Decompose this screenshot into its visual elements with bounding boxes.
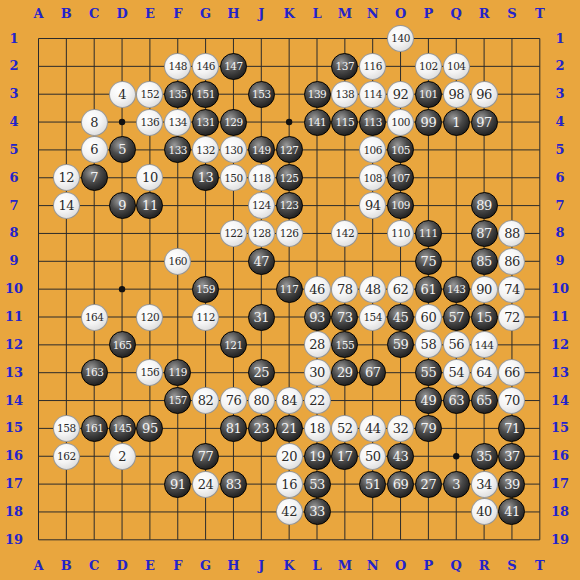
move-number: 20 <box>281 450 297 463</box>
white-stone-116-N2[interactable]: 116 <box>359 53 386 80</box>
move-number: 31 <box>254 311 270 324</box>
move-number: 21 <box>281 422 297 435</box>
move-number: 94 <box>365 199 381 212</box>
black-stone-45-O11[interactable]: 45 <box>387 304 414 331</box>
move-number: 57 <box>448 311 464 324</box>
black-stone-141-L4[interactable]: 141 <box>304 109 331 136</box>
white-stone-46-L10[interactable]: 46 <box>304 276 331 303</box>
move-number: 32 <box>393 422 409 435</box>
white-stone-118-J6[interactable]: 118 <box>248 164 275 191</box>
black-stone-109-O7[interactable]: 109 <box>387 192 414 219</box>
move-number: 165 <box>113 340 132 351</box>
white-stone-54-Q13[interactable]: 54 <box>443 359 470 386</box>
row-label-right-14: 14 <box>548 393 572 409</box>
column-label-top-E: E <box>138 6 162 22</box>
black-stone-39-S17[interactable]: 39 <box>498 471 525 498</box>
move-number: 42 <box>281 505 297 518</box>
row-label-right-6: 6 <box>548 170 572 186</box>
white-stone-140-O1[interactable]: 140 <box>387 25 414 52</box>
black-stone-27-P17[interactable]: 27 <box>415 471 442 498</box>
white-stone-128-J8[interactable]: 128 <box>248 220 275 247</box>
move-number: 136 <box>141 117 160 128</box>
move-number: 160 <box>168 256 187 267</box>
move-number: 60 <box>421 311 437 324</box>
move-number: 69 <box>393 478 409 491</box>
black-stone-1-Q4[interactable]: 1 <box>443 109 470 136</box>
white-stone-150-H6[interactable]: 150 <box>220 164 247 191</box>
black-stone-5-D5[interactable]: 5 <box>109 136 136 163</box>
move-number: 105 <box>391 145 410 156</box>
white-stone-98-Q3[interactable]: 98 <box>443 81 470 108</box>
white-stone-136-E4[interactable]: 136 <box>136 109 163 136</box>
white-stone-62-O10[interactable]: 62 <box>387 276 414 303</box>
move-number: 43 <box>393 450 409 463</box>
black-stone-129-H4[interactable]: 129 <box>220 109 247 136</box>
black-stone-151-G3[interactable]: 151 <box>192 81 219 108</box>
black-stone-43-O16[interactable]: 43 <box>387 443 414 470</box>
move-number: 46 <box>309 283 325 296</box>
move-number: 28 <box>309 338 325 351</box>
go-board[interactable]: AABBCCDDEEFFGGHHJJKKLLMMNNOOPPQQRRSSTT11… <box>0 0 580 580</box>
white-stone-96-R3[interactable]: 96 <box>471 81 498 108</box>
black-stone-31-J11[interactable]: 31 <box>248 304 275 331</box>
move-number: 55 <box>421 366 437 379</box>
black-stone-73-M11[interactable]: 73 <box>331 304 358 331</box>
move-number: 85 <box>476 255 492 268</box>
row-label-right-2: 2 <box>548 58 572 74</box>
column-label-bottom-K: K <box>277 558 301 574</box>
move-number: 156 <box>141 367 160 378</box>
move-number: 6 <box>90 143 98 156</box>
row-label-left-18: 18 <box>2 504 26 520</box>
move-number: 130 <box>224 145 243 156</box>
white-stone-154-N11[interactable]: 154 <box>359 304 386 331</box>
black-stone-83-H17[interactable]: 83 <box>220 471 247 498</box>
move-number: 98 <box>448 88 464 101</box>
move-number: 61 <box>421 283 437 296</box>
move-number: 73 <box>337 311 353 324</box>
move-number: 111 <box>419 228 438 239</box>
column-label-bottom-P: P <box>416 558 440 574</box>
move-number: 56 <box>448 338 464 351</box>
white-stone-16-K17[interactable]: 16 <box>276 471 303 498</box>
move-number: 120 <box>141 312 160 323</box>
move-number: 89 <box>476 199 492 212</box>
move-number: 40 <box>476 505 492 518</box>
move-number: 10 <box>142 171 158 184</box>
black-stone-33-L18[interactable]: 33 <box>304 498 331 525</box>
move-number: 4 <box>118 88 126 101</box>
move-number: 72 <box>504 311 520 324</box>
black-stone-51-N17[interactable]: 51 <box>359 471 386 498</box>
white-stone-152-E3[interactable]: 152 <box>136 81 163 108</box>
white-stone-18-L15[interactable]: 18 <box>304 415 331 442</box>
move-number: 52 <box>337 422 353 435</box>
move-number: 49 <box>421 394 437 407</box>
white-stone-4-D3[interactable]: 4 <box>109 81 136 108</box>
row-label-left-10: 10 <box>2 281 26 297</box>
white-stone-32-O15[interactable]: 32 <box>387 415 414 442</box>
column-label-bottom-E: E <box>138 558 162 574</box>
move-number: 121 <box>224 340 243 351</box>
black-stone-53-L17[interactable]: 53 <box>304 471 331 498</box>
row-label-left-11: 11 <box>2 309 26 325</box>
white-stone-110-O8[interactable]: 110 <box>387 220 414 247</box>
move-number: 80 <box>254 394 270 407</box>
row-label-right-5: 5 <box>548 142 572 158</box>
white-stone-56-Q12[interactable]: 56 <box>443 331 470 358</box>
black-stone-89-R7[interactable]: 89 <box>471 192 498 219</box>
move-number: 88 <box>504 227 520 240</box>
black-stone-163-C13[interactable]: 163 <box>81 359 108 386</box>
move-number: 7 <box>90 171 98 184</box>
move-number: 87 <box>476 227 492 240</box>
white-stone-146-G2[interactable]: 146 <box>192 53 219 80</box>
white-stone-28-L12[interactable]: 28 <box>304 331 331 358</box>
move-number: 3 <box>452 478 460 491</box>
move-number: 128 <box>252 228 271 239</box>
white-stone-126-K8[interactable]: 126 <box>276 220 303 247</box>
move-number: 99 <box>421 116 437 129</box>
white-stone-50-N16[interactable]: 50 <box>359 443 386 470</box>
black-stone-93-L11[interactable]: 93 <box>304 304 331 331</box>
white-stone-72-S11[interactable]: 72 <box>498 304 525 331</box>
move-number: 101 <box>419 89 438 100</box>
column-label-top-S: S <box>500 6 524 22</box>
column-label-bottom-H: H <box>221 558 245 574</box>
white-stone-80-J14[interactable]: 80 <box>248 387 275 414</box>
row-label-right-8: 8 <box>548 225 572 241</box>
white-stone-122-H8[interactable]: 122 <box>220 220 247 247</box>
move-number: 162 <box>57 451 76 462</box>
white-stone-82-G14[interactable]: 82 <box>192 387 219 414</box>
row-label-left-15: 15 <box>2 420 26 436</box>
white-stone-30-L13[interactable]: 30 <box>304 359 331 386</box>
column-label-top-Q: Q <box>444 6 468 22</box>
white-stone-162-B16[interactable]: 162 <box>53 443 80 470</box>
move-number: 9 <box>118 199 126 212</box>
move-number: 147 <box>224 61 243 72</box>
column-label-top-M: M <box>333 6 357 22</box>
column-label-top-R: R <box>472 6 496 22</box>
move-number: 143 <box>447 284 466 295</box>
move-number: 84 <box>281 394 297 407</box>
black-stone-3-Q17[interactable]: 3 <box>443 471 470 498</box>
white-stone-92-O3[interactable]: 92 <box>387 81 414 108</box>
move-number: 112 <box>196 312 215 323</box>
white-stone-48-N10[interactable]: 48 <box>359 276 386 303</box>
move-number: 81 <box>226 422 242 435</box>
white-stone-6-C5[interactable]: 6 <box>81 136 108 163</box>
column-label-top-C: C <box>82 6 106 22</box>
column-label-bottom-L: L <box>305 558 329 574</box>
column-label-bottom-J: J <box>249 558 273 574</box>
black-stone-143-Q10[interactable]: 143 <box>443 276 470 303</box>
column-label-top-O: O <box>389 6 413 22</box>
move-number: 59 <box>393 338 409 351</box>
move-number: 146 <box>196 61 215 72</box>
move-number: 8 <box>90 116 98 129</box>
row-label-left-4: 4 <box>2 114 26 130</box>
black-stone-111-P8[interactable]: 111 <box>415 220 442 247</box>
row-label-left-12: 12 <box>2 337 26 353</box>
black-stone-139-L3[interactable]: 139 <box>304 81 331 108</box>
black-stone-97-R4[interactable]: 97 <box>471 109 498 136</box>
move-number: 110 <box>391 228 410 239</box>
move-number: 19 <box>309 450 325 463</box>
black-stone-131-G4[interactable]: 131 <box>192 109 219 136</box>
row-label-right-11: 11 <box>548 309 572 325</box>
row-label-left-6: 6 <box>2 170 26 186</box>
move-number: 92 <box>393 88 409 101</box>
white-stone-114-N3[interactable]: 114 <box>359 81 386 108</box>
column-label-bottom-B: B <box>54 558 78 574</box>
move-number: 118 <box>252 173 271 184</box>
move-number: 65 <box>476 394 492 407</box>
black-stone-153-J3[interactable]: 153 <box>248 81 275 108</box>
white-stone-138-M3[interactable]: 138 <box>331 81 358 108</box>
move-number: 154 <box>363 312 382 323</box>
move-number: 131 <box>196 117 215 128</box>
white-stone-8-C4[interactable]: 8 <box>81 109 108 136</box>
move-number: 48 <box>365 283 381 296</box>
move-number: 150 <box>224 173 243 184</box>
row-label-left-7: 7 <box>2 198 26 214</box>
move-number: 82 <box>198 394 214 407</box>
black-stone-85-R9[interactable]: 85 <box>471 248 498 275</box>
white-stone-64-R13[interactable]: 64 <box>471 359 498 386</box>
white-stone-100-O4[interactable]: 100 <box>387 109 414 136</box>
black-stone-17-M16[interactable]: 17 <box>331 443 358 470</box>
white-stone-112-G11[interactable]: 112 <box>192 304 219 331</box>
white-stone-34-R17[interactable]: 34 <box>471 471 498 498</box>
white-stone-84-K14[interactable]: 84 <box>276 387 303 414</box>
white-stone-148-F2[interactable]: 148 <box>164 53 191 80</box>
row-label-left-3: 3 <box>2 86 26 102</box>
black-stone-21-K15[interactable]: 21 <box>276 415 303 442</box>
move-number: 50 <box>365 450 381 463</box>
black-stone-15-R11[interactable]: 15 <box>471 304 498 331</box>
black-stone-65-R14[interactable]: 65 <box>471 387 498 414</box>
black-stone-99-P4[interactable]: 99 <box>415 109 442 136</box>
white-stone-20-K16[interactable]: 20 <box>276 443 303 470</box>
move-number: 152 <box>141 89 160 100</box>
white-stone-144-R12[interactable]: 144 <box>471 331 498 358</box>
move-number: 33 <box>309 505 325 518</box>
black-stone-125-K6[interactable]: 125 <box>276 164 303 191</box>
white-stone-78-M10[interactable]: 78 <box>331 276 358 303</box>
white-stone-90-R10[interactable]: 90 <box>471 276 498 303</box>
column-label-bottom-F: F <box>166 558 190 574</box>
black-stone-161-C15[interactable]: 161 <box>81 415 108 442</box>
black-stone-75-P9[interactable]: 75 <box>415 248 442 275</box>
move-number: 157 <box>168 395 187 406</box>
white-stone-40-R18[interactable]: 40 <box>471 498 498 525</box>
move-number: 23 <box>254 422 270 435</box>
black-stone-57-Q11[interactable]: 57 <box>443 304 470 331</box>
move-number: 144 <box>475 340 494 351</box>
white-stone-24-G17[interactable]: 24 <box>192 471 219 498</box>
move-number: 132 <box>196 145 215 156</box>
white-stone-22-L14[interactable]: 22 <box>304 387 331 414</box>
star-point-K4 <box>286 119 292 125</box>
move-number: 16 <box>281 478 297 491</box>
white-stone-74-S10[interactable]: 74 <box>498 276 525 303</box>
move-number: 1 <box>452 116 460 129</box>
black-stone-113-N4[interactable]: 113 <box>359 109 386 136</box>
column-label-top-H: H <box>221 6 245 22</box>
black-stone-81-H15[interactable]: 81 <box>220 415 247 442</box>
move-number: 107 <box>391 173 410 184</box>
row-label-right-13: 13 <box>548 365 572 381</box>
column-label-top-K: K <box>277 6 301 22</box>
move-number: 5 <box>118 143 126 156</box>
black-stone-55-P13[interactable]: 55 <box>415 359 442 386</box>
white-stone-14-B7[interactable]: 14 <box>53 192 80 219</box>
move-number: 83 <box>226 478 242 491</box>
move-number: 115 <box>336 117 355 128</box>
move-number: 17 <box>337 450 353 463</box>
white-stone-158-B15[interactable]: 158 <box>53 415 80 442</box>
move-number: 109 <box>391 200 410 211</box>
star-point-Q16 <box>453 453 459 459</box>
row-label-left-16: 16 <box>2 448 26 464</box>
black-stone-49-P14[interactable]: 49 <box>415 387 442 414</box>
move-number: 37 <box>504 450 520 463</box>
move-number: 70 <box>504 394 520 407</box>
black-stone-61-P10[interactable]: 61 <box>415 276 442 303</box>
column-label-bottom-N: N <box>361 558 385 574</box>
black-stone-149-J5[interactable]: 149 <box>248 136 275 163</box>
black-stone-23-J15[interactable]: 23 <box>248 415 275 442</box>
move-number: 15 <box>476 311 492 324</box>
move-number: 25 <box>254 366 270 379</box>
row-label-right-7: 7 <box>548 198 572 214</box>
row-label-right-9: 9 <box>548 253 572 269</box>
white-stone-160-F9[interactable]: 160 <box>164 248 191 275</box>
row-label-left-5: 5 <box>2 142 26 158</box>
white-stone-2-D16[interactable]: 2 <box>109 443 136 470</box>
move-number: 54 <box>448 366 464 379</box>
black-stone-19-L16[interactable]: 19 <box>304 443 331 470</box>
column-label-top-P: P <box>416 6 440 22</box>
move-number: 41 <box>504 505 520 518</box>
move-number: 67 <box>365 366 381 379</box>
black-stone-147-H2[interactable]: 147 <box>220 53 247 80</box>
move-number: 90 <box>476 283 492 296</box>
black-stone-101-P3[interactable]: 101 <box>415 81 442 108</box>
column-label-top-B: B <box>54 6 78 22</box>
move-number: 151 <box>196 89 215 100</box>
move-number: 116 <box>363 61 382 72</box>
black-stone-115-M4[interactable]: 115 <box>331 109 358 136</box>
move-number: 77 <box>198 450 214 463</box>
black-stone-87-R8[interactable]: 87 <box>471 220 498 247</box>
column-label-top-L: L <box>305 6 329 22</box>
row-label-right-1: 1 <box>548 31 572 47</box>
column-label-top-A: A <box>27 6 51 22</box>
black-stone-35-R16[interactable]: 35 <box>471 443 498 470</box>
black-stone-79-P15[interactable]: 79 <box>415 415 442 442</box>
column-label-top-G: G <box>194 6 218 22</box>
column-label-bottom-D: D <box>110 558 134 574</box>
black-stone-135-F3[interactable]: 135 <box>164 81 191 108</box>
move-number: 93 <box>309 311 325 324</box>
white-stone-42-K18[interactable]: 42 <box>276 498 303 525</box>
move-number: 164 <box>85 312 104 323</box>
column-label-bottom-M: M <box>333 558 357 574</box>
move-number: 142 <box>336 228 355 239</box>
star-point-D4 <box>119 119 125 125</box>
move-number: 129 <box>224 117 243 128</box>
column-label-bottom-T: T <box>528 558 552 574</box>
black-stone-127-K5[interactable]: 127 <box>276 136 303 163</box>
move-number: 133 <box>168 145 187 156</box>
move-number: 124 <box>252 200 271 211</box>
white-stone-44-N15[interactable]: 44 <box>359 415 386 442</box>
move-number: 74 <box>504 283 520 296</box>
move-number: 138 <box>336 89 355 100</box>
row-label-left-8: 8 <box>2 225 26 241</box>
move-number: 62 <box>393 283 409 296</box>
move-number: 119 <box>168 367 187 378</box>
black-stone-7-C6[interactable]: 7 <box>81 164 108 191</box>
move-number: 113 <box>363 117 382 128</box>
black-stone-123-K7[interactable]: 123 <box>276 192 303 219</box>
white-stone-60-P11[interactable]: 60 <box>415 304 442 331</box>
white-stone-124-J7[interactable]: 124 <box>248 192 275 219</box>
move-number: 86 <box>504 255 520 268</box>
black-stone-25-J13[interactable]: 25 <box>248 359 275 386</box>
move-number: 126 <box>280 228 299 239</box>
move-number: 123 <box>280 200 299 211</box>
column-label-top-J: J <box>249 6 273 22</box>
row-label-right-17: 17 <box>548 476 572 492</box>
white-stone-102-P2[interactable]: 102 <box>415 53 442 80</box>
white-stone-164-C11[interactable]: 164 <box>81 304 108 331</box>
black-stone-69-O17[interactable]: 69 <box>387 471 414 498</box>
column-label-bottom-Q: Q <box>444 558 468 574</box>
white-stone-76-H14[interactable]: 76 <box>220 387 247 414</box>
move-number: 29 <box>337 366 353 379</box>
column-label-top-T: T <box>528 6 552 22</box>
row-label-left-14: 14 <box>2 393 26 409</box>
move-number: 114 <box>363 89 382 100</box>
white-stone-134-F4[interactable]: 134 <box>164 109 191 136</box>
row-label-right-18: 18 <box>548 504 572 520</box>
move-number: 141 <box>308 117 327 128</box>
black-stone-117-K10[interactable]: 117 <box>276 276 303 303</box>
move-number: 95 <box>142 422 158 435</box>
black-stone-47-J9[interactable]: 47 <box>248 248 275 275</box>
row-label-left-17: 17 <box>2 476 26 492</box>
move-number: 53 <box>309 478 325 491</box>
move-number: 158 <box>57 423 76 434</box>
black-stone-137-M2[interactable]: 137 <box>331 53 358 80</box>
white-stone-12-B6[interactable]: 12 <box>53 164 80 191</box>
black-stone-9-D7[interactable]: 9 <box>109 192 136 219</box>
black-stone-145-D15[interactable]: 145 <box>109 415 136 442</box>
black-stone-37-S16[interactable]: 37 <box>498 443 525 470</box>
white-stone-104-Q2[interactable]: 104 <box>443 53 470 80</box>
black-stone-159-G10[interactable]: 159 <box>192 276 219 303</box>
column-label-bottom-R: R <box>472 558 496 574</box>
black-stone-165-D12[interactable]: 165 <box>109 331 136 358</box>
black-stone-91-F17[interactable]: 91 <box>164 471 191 498</box>
black-stone-63-Q14[interactable]: 63 <box>443 387 470 414</box>
white-stone-120-E11[interactable]: 120 <box>136 304 163 331</box>
black-stone-77-G16[interactable]: 77 <box>192 443 219 470</box>
